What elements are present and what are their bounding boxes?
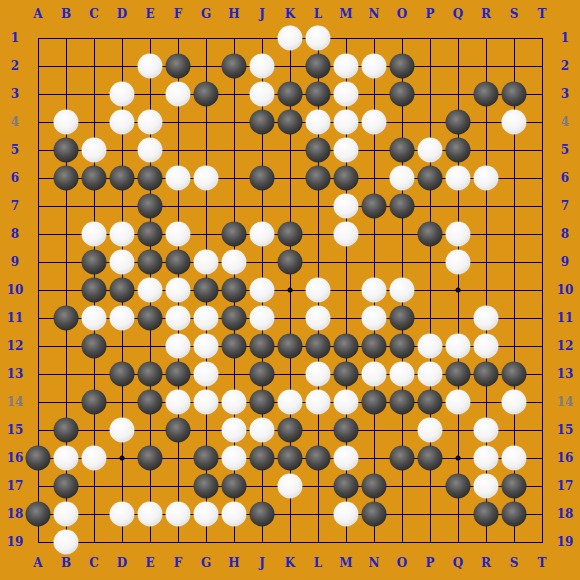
black-stone-F9 (166, 250, 191, 275)
coord-bottom-S: S (510, 556, 519, 570)
black-stone-G10 (194, 278, 219, 303)
white-stone-F10 (166, 278, 191, 303)
coord-left-1: 1 (11, 31, 19, 45)
white-stone-B18 (54, 502, 79, 527)
black-stone-N18 (362, 502, 387, 527)
white-stone-P13 (418, 362, 443, 387)
coord-left-4: 4 (11, 115, 19, 129)
coord-right-18: 18 (557, 507, 574, 521)
coord-bottom-A: A (33, 556, 42, 570)
black-stone-P16 (418, 446, 443, 471)
coord-right-2: 2 (561, 59, 569, 73)
white-stone-D4 (110, 110, 135, 135)
white-stone-R12 (474, 334, 499, 359)
white-stone-H15 (222, 418, 247, 443)
black-stone-K16 (278, 446, 303, 471)
coord-right-15: 15 (557, 423, 574, 437)
black-stone-H11 (222, 306, 247, 331)
coord-bottom-N: N (369, 556, 380, 570)
black-stone-O14 (390, 390, 415, 415)
black-stone-E14 (138, 390, 163, 415)
coord-left-6: 6 (11, 171, 19, 185)
black-stone-K3 (278, 82, 303, 107)
white-stone-K1 (278, 26, 303, 51)
white-stone-D15 (110, 418, 135, 443)
black-stone-O2 (390, 54, 415, 79)
white-stone-O13 (390, 362, 415, 387)
white-stone-E18 (138, 502, 163, 527)
black-stone-O7 (390, 194, 415, 219)
white-stone-L10 (306, 278, 331, 303)
coord-bottom-C: C (89, 556, 99, 570)
black-stone-B15 (54, 418, 79, 443)
black-stone-C6 (82, 166, 107, 191)
white-stone-O6 (390, 166, 415, 191)
coord-left-16: 16 (7, 451, 24, 465)
white-stone-D11 (110, 306, 135, 331)
black-stone-J6 (250, 166, 275, 191)
white-stone-E4 (138, 110, 163, 135)
coord-bottom-B: B (61, 556, 71, 570)
coord-left-15: 15 (7, 423, 24, 437)
black-stone-R18 (474, 502, 499, 527)
white-stone-E5 (138, 138, 163, 163)
white-stone-N13 (362, 362, 387, 387)
black-stone-O3 (390, 82, 415, 107)
black-stone-N12 (362, 334, 387, 359)
white-stone-M16 (334, 446, 359, 471)
coord-bottom-L: L (314, 556, 322, 570)
white-stone-K17 (278, 474, 303, 499)
coord-left-12: 12 (7, 339, 24, 353)
white-stone-M2 (334, 54, 359, 79)
black-stone-N17 (362, 474, 387, 499)
black-stone-O12 (390, 334, 415, 359)
coord-right-17: 17 (557, 479, 574, 493)
coord-right-16: 16 (557, 451, 574, 465)
coord-right-12: 12 (557, 339, 574, 353)
white-stone-C8 (82, 222, 107, 247)
black-stone-D6 (110, 166, 135, 191)
go-game-screen: AABBCCDDEEFFGGHHJJKKLLMMNNOOPPQQRRSSTT11… (0, 0, 580, 580)
white-stone-E10 (138, 278, 163, 303)
black-stone-H8 (222, 222, 247, 247)
white-stone-C16 (82, 446, 107, 471)
white-stone-P5 (418, 138, 443, 163)
black-stone-O16 (390, 446, 415, 471)
black-stone-Q5 (446, 138, 471, 163)
white-stone-Q12 (446, 334, 471, 359)
coord-bottom-P: P (425, 556, 434, 570)
coord-right-6: 6 (561, 171, 569, 185)
white-stone-R11 (474, 306, 499, 331)
coord-bottom-D: D (117, 556, 127, 570)
coord-right-1: 1 (561, 31, 569, 45)
black-stone-R13 (474, 362, 499, 387)
hoshi-point (288, 288, 293, 293)
white-stone-R16 (474, 446, 499, 471)
white-stone-M7 (334, 194, 359, 219)
black-stone-E13 (138, 362, 163, 387)
white-stone-G9 (194, 250, 219, 275)
white-stone-N4 (362, 110, 387, 135)
black-stone-F13 (166, 362, 191, 387)
black-stone-H10 (222, 278, 247, 303)
black-stone-O11 (390, 306, 415, 331)
white-stone-G18 (194, 502, 219, 527)
white-stone-Q9 (446, 250, 471, 275)
black-stone-C12 (82, 334, 107, 359)
black-stone-C9 (82, 250, 107, 275)
black-stone-M12 (334, 334, 359, 359)
coord-bottom-J: J (259, 556, 265, 570)
white-stone-L4 (306, 110, 331, 135)
black-stone-S17 (502, 474, 527, 499)
black-stone-O5 (390, 138, 415, 163)
white-stone-L11 (306, 306, 331, 331)
white-stone-M4 (334, 110, 359, 135)
coord-top-N: N (369, 7, 380, 21)
black-stone-J16 (250, 446, 275, 471)
black-stone-M6 (334, 166, 359, 191)
black-stone-S13 (502, 362, 527, 387)
black-stone-M13 (334, 362, 359, 387)
black-stone-B5 (54, 138, 79, 163)
black-stone-J18 (250, 502, 275, 527)
white-stone-B19 (54, 530, 79, 555)
coord-top-T: T (538, 7, 547, 21)
black-stone-G3 (194, 82, 219, 107)
black-stone-Q17 (446, 474, 471, 499)
black-stone-E8 (138, 222, 163, 247)
coord-left-11: 11 (7, 311, 24, 325)
coord-top-L: L (314, 7, 322, 21)
white-stone-D18 (110, 502, 135, 527)
black-stone-N14 (362, 390, 387, 415)
coord-bottom-Q: Q (453, 556, 463, 570)
black-stone-M15 (334, 418, 359, 443)
black-stone-H17 (222, 474, 247, 499)
white-stone-L13 (306, 362, 331, 387)
white-stone-J10 (250, 278, 275, 303)
black-stone-C10 (82, 278, 107, 303)
black-stone-L12 (306, 334, 331, 359)
black-stone-D10 (110, 278, 135, 303)
black-stone-G17 (194, 474, 219, 499)
coord-bottom-H: H (228, 556, 239, 570)
white-stone-F14 (166, 390, 191, 415)
coord-top-R: R (481, 7, 491, 21)
white-stone-Q6 (446, 166, 471, 191)
white-stone-R17 (474, 474, 499, 499)
coord-right-5: 5 (561, 143, 569, 157)
coord-left-8: 8 (11, 227, 19, 241)
coord-top-P: P (425, 7, 434, 21)
coord-left-9: 9 (11, 255, 19, 269)
coord-bottom-M: M (339, 556, 352, 570)
white-stone-H14 (222, 390, 247, 415)
black-stone-E9 (138, 250, 163, 275)
white-stone-F3 (166, 82, 191, 107)
coord-top-J: J (259, 7, 265, 21)
coord-top-C: C (89, 7, 99, 21)
white-stone-M8 (334, 222, 359, 247)
coord-top-G: G (201, 7, 211, 21)
white-stone-Q14 (446, 390, 471, 415)
black-stone-J4 (250, 110, 275, 135)
coord-left-18: 18 (7, 507, 24, 521)
coord-top-Q: Q (453, 7, 463, 21)
white-stone-H16 (222, 446, 247, 471)
white-stone-H18 (222, 502, 247, 527)
white-stone-J3 (250, 82, 275, 107)
white-stone-M3 (334, 82, 359, 107)
coord-top-M: M (339, 7, 352, 21)
white-stone-S14 (502, 390, 527, 415)
black-stone-E6 (138, 166, 163, 191)
coord-left-17: 17 (7, 479, 24, 493)
coord-bottom-F: F (174, 556, 183, 570)
black-stone-N7 (362, 194, 387, 219)
white-stone-J11 (250, 306, 275, 331)
white-stone-K14 (278, 390, 303, 415)
white-stone-Q8 (446, 222, 471, 247)
black-stone-P14 (418, 390, 443, 415)
hoshi-point (456, 456, 461, 461)
white-stone-N10 (362, 278, 387, 303)
white-stone-S4 (502, 110, 527, 135)
coord-bottom-R: R (481, 556, 491, 570)
white-stone-R6 (474, 166, 499, 191)
black-stone-A16 (26, 446, 51, 471)
coord-right-19: 19 (557, 535, 574, 549)
white-stone-N2 (362, 54, 387, 79)
black-stone-K15 (278, 418, 303, 443)
coord-bottom-G: G (201, 556, 211, 570)
black-stone-E11 (138, 306, 163, 331)
white-stone-F8 (166, 222, 191, 247)
black-stone-B17 (54, 474, 79, 499)
coord-left-7: 7 (11, 199, 19, 213)
black-stone-C14 (82, 390, 107, 415)
coord-right-13: 13 (557, 367, 574, 381)
white-stone-D3 (110, 82, 135, 107)
white-stone-M18 (334, 502, 359, 527)
white-stone-R15 (474, 418, 499, 443)
coord-right-8: 8 (561, 227, 569, 241)
coord-left-3: 3 (11, 87, 19, 101)
white-stone-M5 (334, 138, 359, 163)
coord-bottom-E: E (145, 556, 154, 570)
coord-right-10: 10 (557, 283, 574, 297)
coord-top-E: E (145, 7, 154, 21)
coord-top-K: K (285, 7, 295, 21)
coord-left-2: 2 (11, 59, 19, 73)
coord-top-D: D (117, 7, 127, 21)
coord-right-7: 7 (561, 199, 569, 213)
coord-left-14: 14 (7, 395, 24, 409)
black-stone-P6 (418, 166, 443, 191)
coord-top-F: F (174, 7, 183, 21)
white-stone-F11 (166, 306, 191, 331)
white-stone-P15 (418, 418, 443, 443)
white-stone-G6 (194, 166, 219, 191)
coord-bottom-O: O (397, 556, 407, 570)
white-stone-F6 (166, 166, 191, 191)
white-stone-S16 (502, 446, 527, 471)
black-stone-H2 (222, 54, 247, 79)
black-stone-A18 (26, 502, 51, 527)
white-stone-D8 (110, 222, 135, 247)
white-stone-C5 (82, 138, 107, 163)
coord-top-H: H (228, 7, 239, 21)
white-stone-L1 (306, 26, 331, 51)
coord-top-O: O (397, 7, 407, 21)
black-stone-J14 (250, 390, 275, 415)
white-stone-J15 (250, 418, 275, 443)
white-stone-F18 (166, 502, 191, 527)
coord-bottom-K: K (285, 556, 295, 570)
white-stone-M14 (334, 390, 359, 415)
white-stone-P12 (418, 334, 443, 359)
coord-top-S: S (510, 7, 519, 21)
black-stone-R3 (474, 82, 499, 107)
coord-left-13: 13 (7, 367, 24, 381)
black-stone-L6 (306, 166, 331, 191)
white-stone-J2 (250, 54, 275, 79)
black-stone-D13 (110, 362, 135, 387)
white-stone-E2 (138, 54, 163, 79)
white-stone-G12 (194, 334, 219, 359)
black-stone-G16 (194, 446, 219, 471)
coord-right-4: 4 (561, 115, 569, 129)
coord-left-10: 10 (7, 283, 24, 297)
coord-left-5: 5 (11, 143, 19, 157)
coord-top-B: B (61, 7, 71, 21)
black-stone-L3 (306, 82, 331, 107)
white-stone-H9 (222, 250, 247, 275)
black-stone-H12 (222, 334, 247, 359)
black-stone-K12 (278, 334, 303, 359)
black-stone-K8 (278, 222, 303, 247)
hoshi-point (456, 288, 461, 293)
white-stone-G11 (194, 306, 219, 331)
black-stone-L2 (306, 54, 331, 79)
black-stone-F15 (166, 418, 191, 443)
white-stone-G13 (194, 362, 219, 387)
black-stone-P8 (418, 222, 443, 247)
black-stone-L5 (306, 138, 331, 163)
white-stone-J8 (250, 222, 275, 247)
white-stone-C11 (82, 306, 107, 331)
white-stone-D9 (110, 250, 135, 275)
black-stone-Q4 (446, 110, 471, 135)
white-stone-O10 (390, 278, 415, 303)
white-stone-F12 (166, 334, 191, 359)
white-stone-G14 (194, 390, 219, 415)
white-stone-L14 (306, 390, 331, 415)
black-stone-E16 (138, 446, 163, 471)
black-stone-K9 (278, 250, 303, 275)
coord-top-A: A (33, 7, 42, 21)
coord-right-3: 3 (561, 87, 569, 101)
black-stone-S18 (502, 502, 527, 527)
black-stone-Q13 (446, 362, 471, 387)
coord-right-11: 11 (557, 311, 574, 325)
black-stone-B6 (54, 166, 79, 191)
coord-right-9: 9 (561, 255, 569, 269)
black-stone-E7 (138, 194, 163, 219)
white-stone-B4 (54, 110, 79, 135)
hoshi-point (120, 456, 125, 461)
white-stone-B16 (54, 446, 79, 471)
black-stone-B11 (54, 306, 79, 331)
coord-right-14: 14 (557, 395, 574, 409)
coord-bottom-T: T (538, 556, 547, 570)
white-stone-N11 (362, 306, 387, 331)
black-stone-M17 (334, 474, 359, 499)
coord-left-19: 19 (7, 535, 24, 549)
black-stone-J12 (250, 334, 275, 359)
black-stone-S3 (502, 82, 527, 107)
black-stone-L16 (306, 446, 331, 471)
black-stone-F2 (166, 54, 191, 79)
black-stone-J13 (250, 362, 275, 387)
black-stone-K4 (278, 110, 303, 135)
